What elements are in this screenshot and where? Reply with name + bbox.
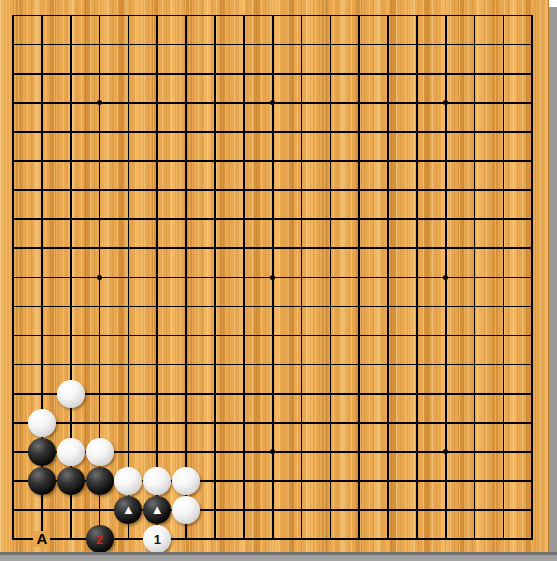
board-intersection[interactable] [172, 466, 201, 495]
board-intersection[interactable] [374, 263, 403, 292]
board-intersection[interactable] [374, 466, 403, 495]
board-intersection[interactable] [114, 234, 143, 263]
board-intersection[interactable] [460, 146, 489, 175]
board-intersection[interactable] [460, 263, 489, 292]
board-intersection[interactable] [201, 496, 230, 525]
board-intersection[interactable] [172, 496, 201, 525]
board-intersection[interactable] [114, 350, 143, 379]
board-intersection[interactable] [143, 176, 172, 205]
board-intersection[interactable] [85, 292, 114, 321]
board-intersection[interactable] [172, 88, 201, 117]
board-intersection[interactable] [0, 234, 27, 263]
board-intersection[interactable] [258, 292, 287, 321]
board-intersection[interactable] [172, 117, 201, 146]
board-intersection[interactable] [201, 59, 230, 88]
board-intersection[interactable] [0, 205, 27, 234]
board-intersection[interactable] [258, 1, 287, 30]
board-intersection[interactable] [56, 408, 85, 437]
board-intersection[interactable] [316, 321, 345, 350]
board-intersection[interactable] [0, 117, 27, 146]
board-intersection[interactable] [229, 292, 258, 321]
board-intersection[interactable] [201, 263, 230, 292]
board-intersection[interactable] [431, 437, 460, 466]
board-intersection[interactable] [56, 350, 85, 379]
board-intersection[interactable] [143, 292, 172, 321]
board-intersection[interactable] [287, 30, 316, 59]
board-intersection[interactable] [489, 263, 518, 292]
board-intersection[interactable] [518, 88, 547, 117]
board-intersection[interactable] [431, 205, 460, 234]
board-intersection[interactable] [402, 117, 431, 146]
board-intersection[interactable] [287, 496, 316, 525]
board-intersection[interactable] [27, 30, 56, 59]
board-intersection[interactable] [518, 466, 547, 495]
board-intersection[interactable] [85, 496, 114, 525]
board-intersection[interactable] [431, 30, 460, 59]
board-intersection[interactable] [56, 205, 85, 234]
board-intersection[interactable] [114, 408, 143, 437]
board-intersection[interactable] [258, 30, 287, 59]
board-intersection[interactable] [287, 379, 316, 408]
board-intersection[interactable] [460, 408, 489, 437]
board-intersection[interactable] [489, 321, 518, 350]
board-intersection[interactable] [56, 321, 85, 350]
board-intersection[interactable] [27, 466, 56, 495]
board-intersection[interactable] [258, 496, 287, 525]
board-intersection[interactable] [114, 292, 143, 321]
board-intersection[interactable] [431, 1, 460, 30]
board-intersection[interactable] [402, 350, 431, 379]
board-intersection[interactable] [27, 176, 56, 205]
board-intersection[interactable] [460, 117, 489, 146]
board-intersection[interactable] [287, 205, 316, 234]
board-intersection[interactable] [460, 466, 489, 495]
board-intersection[interactable] [345, 88, 374, 117]
board-intersection[interactable] [374, 321, 403, 350]
board-intersection[interactable] [345, 466, 374, 495]
board-intersection[interactable] [518, 496, 547, 525]
board-intersection[interactable] [402, 496, 431, 525]
board-intersection[interactable] [431, 88, 460, 117]
board-intersection[interactable] [27, 59, 56, 88]
board-intersection[interactable] [56, 59, 85, 88]
board-intersection[interactable] [229, 205, 258, 234]
board-intersection[interactable] [258, 408, 287, 437]
board-intersection[interactable] [229, 30, 258, 59]
board-intersection[interactable] [287, 117, 316, 146]
board-intersection[interactable] [201, 437, 230, 466]
board-intersection[interactable] [56, 234, 85, 263]
board-intersection[interactable] [287, 292, 316, 321]
board-intersection[interactable]: ▲ [114, 496, 143, 525]
board-intersection[interactable] [229, 263, 258, 292]
board-intersection[interactable] [374, 408, 403, 437]
board-intersection[interactable] [374, 437, 403, 466]
board-intersection[interactable] [27, 1, 56, 30]
board-intersection[interactable] [114, 117, 143, 146]
board-intersection[interactable] [27, 292, 56, 321]
board-intersection[interactable] [374, 525, 403, 552]
board-intersection[interactable] [143, 88, 172, 117]
board-intersection[interactable] [518, 146, 547, 175]
board-intersection[interactable] [460, 234, 489, 263]
board-intersection[interactable] [85, 437, 114, 466]
board-intersection[interactable] [172, 263, 201, 292]
board-intersection[interactable] [345, 117, 374, 146]
board-intersection[interactable] [518, 205, 547, 234]
board-intersection[interactable] [85, 350, 114, 379]
board-intersection[interactable] [201, 30, 230, 59]
board-intersection[interactable] [172, 408, 201, 437]
board-intersection[interactable] [431, 525, 460, 552]
board-intersection[interactable] [172, 525, 201, 552]
board-intersection[interactable] [114, 437, 143, 466]
board-intersection[interactable] [431, 408, 460, 437]
board-intersection[interactable] [56, 117, 85, 146]
board-intersection[interactable] [402, 59, 431, 88]
board-intersection[interactable] [489, 408, 518, 437]
board-intersection[interactable] [345, 321, 374, 350]
board-intersection[interactable] [85, 59, 114, 88]
board-intersection[interactable] [258, 437, 287, 466]
board-intersection[interactable] [287, 408, 316, 437]
board-intersection[interactable] [345, 408, 374, 437]
board-intersection[interactable] [518, 176, 547, 205]
board-intersection[interactable] [287, 437, 316, 466]
board-intersection[interactable] [402, 1, 431, 30]
board-intersection[interactable] [201, 88, 230, 117]
board-intersection[interactable] [27, 321, 56, 350]
board-intersection[interactable] [172, 205, 201, 234]
board-intersection[interactable] [85, 408, 114, 437]
board-intersection[interactable] [374, 350, 403, 379]
board-intersection[interactable] [316, 525, 345, 552]
board-intersection[interactable] [172, 437, 201, 466]
board-intersection[interactable] [374, 205, 403, 234]
board-intersection[interactable] [287, 263, 316, 292]
board-intersection[interactable] [518, 321, 547, 350]
board-intersection[interactable] [258, 525, 287, 552]
board-intersection[interactable] [316, 1, 345, 30]
board-intersection[interactable] [460, 321, 489, 350]
board-intersection[interactable] [143, 117, 172, 146]
board-intersection[interactable] [0, 466, 27, 495]
board-intersection[interactable] [143, 146, 172, 175]
board-intersection[interactable] [258, 379, 287, 408]
board-intersection[interactable] [316, 496, 345, 525]
board-intersection[interactable] [287, 1, 316, 30]
board-intersection[interactable] [0, 437, 27, 466]
board-intersection[interactable] [460, 496, 489, 525]
board-intersection[interactable] [431, 350, 460, 379]
board-intersection[interactable] [172, 350, 201, 379]
board-intersection[interactable] [431, 117, 460, 146]
board-intersection[interactable] [374, 117, 403, 146]
board-intersection[interactable] [489, 176, 518, 205]
board-intersection[interactable] [27, 88, 56, 117]
board-intersection[interactable] [0, 176, 27, 205]
board-intersection[interactable] [229, 234, 258, 263]
board-intersection[interactable] [143, 59, 172, 88]
board-intersection[interactable] [374, 59, 403, 88]
board-intersection[interactable] [258, 350, 287, 379]
board-intersection[interactable] [258, 234, 287, 263]
board-intersection[interactable] [402, 205, 431, 234]
board-intersection[interactable] [316, 466, 345, 495]
board-intersection[interactable] [85, 379, 114, 408]
board-intersection[interactable] [287, 176, 316, 205]
board-intersection[interactable]: ▲ [143, 496, 172, 525]
board-intersection[interactable] [114, 176, 143, 205]
board-intersection[interactable] [0, 321, 27, 350]
board-intersection[interactable] [287, 59, 316, 88]
board-intersection[interactable] [374, 176, 403, 205]
board-intersection[interactable] [287, 234, 316, 263]
board-intersection[interactable] [460, 88, 489, 117]
board-intersection[interactable] [85, 263, 114, 292]
board-intersection[interactable] [258, 205, 287, 234]
board-intersection[interactable] [431, 292, 460, 321]
board-intersection[interactable] [85, 234, 114, 263]
board-intersection[interactable] [0, 263, 27, 292]
board-intersection[interactable] [345, 59, 374, 88]
board-intersection[interactable] [489, 437, 518, 466]
board-intersection[interactable] [287, 146, 316, 175]
board-intersection[interactable] [402, 437, 431, 466]
board-intersection[interactable] [431, 379, 460, 408]
board-intersection[interactable] [345, 292, 374, 321]
board-intersection[interactable] [172, 292, 201, 321]
board-intersection[interactable] [229, 525, 258, 552]
board-intersection[interactable] [345, 205, 374, 234]
board-intersection[interactable] [0, 350, 27, 379]
board-intersection[interactable] [258, 263, 287, 292]
board-intersection[interactable] [114, 263, 143, 292]
board-intersection[interactable] [0, 30, 27, 59]
board-intersection[interactable] [201, 525, 230, 552]
board-intersection[interactable] [258, 88, 287, 117]
board-intersection[interactable] [374, 88, 403, 117]
board-intersection[interactable] [27, 437, 56, 466]
board-intersection[interactable] [143, 30, 172, 59]
board-intersection[interactable] [374, 292, 403, 321]
board-intersection[interactable] [27, 408, 56, 437]
board-intersection[interactable] [345, 525, 374, 552]
board-intersection[interactable] [143, 437, 172, 466]
board-intersection[interactable] [56, 292, 85, 321]
board-intersection[interactable] [316, 408, 345, 437]
board-intersection[interactable] [460, 176, 489, 205]
board-intersection[interactable] [402, 379, 431, 408]
board-intersection[interactable] [518, 292, 547, 321]
board-intersection[interactable] [518, 263, 547, 292]
board-intersection[interactable] [431, 263, 460, 292]
board-intersection[interactable] [287, 466, 316, 495]
board-intersection[interactable] [229, 466, 258, 495]
board-intersection[interactable] [345, 176, 374, 205]
board-intersection[interactable] [0, 379, 27, 408]
board-intersection[interactable] [489, 59, 518, 88]
board-intersection[interactable] [143, 263, 172, 292]
board-intersection[interactable] [56, 496, 85, 525]
board-intersection[interactable] [489, 379, 518, 408]
board-intersection[interactable] [56, 525, 85, 552]
board-intersection[interactable] [201, 350, 230, 379]
board-intersection[interactable] [518, 525, 547, 552]
board-intersection[interactable] [229, 176, 258, 205]
board-intersection[interactable] [201, 205, 230, 234]
board-intersection[interactable] [258, 466, 287, 495]
board-intersection[interactable] [316, 350, 345, 379]
board-intersection[interactable] [201, 321, 230, 350]
board-intersection[interactable] [114, 205, 143, 234]
board-intersection[interactable] [258, 146, 287, 175]
board-intersection[interactable] [56, 88, 85, 117]
board-intersection[interactable] [201, 234, 230, 263]
board-intersection[interactable] [460, 292, 489, 321]
board-intersection[interactable] [287, 350, 316, 379]
board-intersection[interactable] [345, 1, 374, 30]
board-intersection[interactable] [345, 379, 374, 408]
board-intersection[interactable] [518, 437, 547, 466]
board-intersection[interactable] [402, 88, 431, 117]
board-intersection[interactable] [201, 466, 230, 495]
board-intersection[interactable] [229, 350, 258, 379]
board-intersection[interactable] [258, 59, 287, 88]
board-intersection[interactable] [316, 379, 345, 408]
board-intersection[interactable] [0, 292, 27, 321]
board-intersection[interactable] [518, 30, 547, 59]
board-intersection[interactable] [143, 408, 172, 437]
board-intersection[interactable] [287, 321, 316, 350]
board-intersection[interactable] [258, 321, 287, 350]
board-intersection[interactable] [489, 350, 518, 379]
board-intersection[interactable] [114, 379, 143, 408]
board-intersection[interactable] [402, 525, 431, 552]
board-intersection[interactable] [460, 350, 489, 379]
board-intersection[interactable] [489, 292, 518, 321]
board-intersection[interactable] [489, 88, 518, 117]
board-intersection[interactable] [172, 59, 201, 88]
board-intersection[interactable] [518, 350, 547, 379]
board-intersection[interactable] [316, 263, 345, 292]
board-intersection[interactable] [374, 496, 403, 525]
board-intersection[interactable] [460, 525, 489, 552]
board-intersection[interactable] [518, 234, 547, 263]
board-intersection[interactable]: 1 [143, 525, 172, 552]
board-intersection[interactable] [85, 466, 114, 495]
board-intersection[interactable] [143, 205, 172, 234]
board-intersection[interactable] [85, 88, 114, 117]
board-intersection[interactable] [56, 437, 85, 466]
board-intersection[interactable] [172, 321, 201, 350]
board-intersection[interactable] [316, 234, 345, 263]
board-intersection[interactable] [316, 146, 345, 175]
board-intersection[interactable] [27, 263, 56, 292]
board-intersection[interactable] [201, 146, 230, 175]
board-intersection[interactable] [85, 146, 114, 175]
board-intersection[interactable] [402, 176, 431, 205]
board-intersection[interactable] [114, 59, 143, 88]
board-intersection[interactable] [460, 59, 489, 88]
board-intersection[interactable]: 2 [85, 525, 114, 552]
board-intersection[interactable] [229, 321, 258, 350]
board-intersection[interactable] [402, 30, 431, 59]
board-intersection[interactable] [56, 263, 85, 292]
board-intersection[interactable] [345, 263, 374, 292]
board-intersection[interactable] [374, 146, 403, 175]
board-intersection[interactable] [114, 146, 143, 175]
board-intersection[interactable] [402, 321, 431, 350]
board-intersection[interactable] [489, 466, 518, 495]
board-intersection[interactable] [143, 379, 172, 408]
board-intersection[interactable] [143, 234, 172, 263]
board-intersection[interactable] [345, 234, 374, 263]
board-intersection[interactable] [56, 1, 85, 30]
board-intersection[interactable] [518, 59, 547, 88]
board-intersection[interactable] [229, 117, 258, 146]
board-intersection[interactable] [229, 437, 258, 466]
board-intersection[interactable] [489, 496, 518, 525]
board-intersection[interactable] [56, 466, 85, 495]
board-intersection[interactable] [172, 234, 201, 263]
board-intersection[interactable] [431, 59, 460, 88]
board-intersection[interactable] [518, 408, 547, 437]
board-intersection[interactable] [287, 88, 316, 117]
board-intersection[interactable] [114, 525, 143, 552]
board-intersection[interactable] [56, 176, 85, 205]
board-intersection[interactable] [374, 1, 403, 30]
board-intersection[interactable] [460, 379, 489, 408]
board-intersection[interactable] [345, 146, 374, 175]
board-intersection[interactable] [431, 176, 460, 205]
board-intersection[interactable] [172, 176, 201, 205]
board-intersection[interactable] [27, 117, 56, 146]
board-intersection[interactable] [114, 466, 143, 495]
board-intersection[interactable] [201, 379, 230, 408]
board-intersection[interactable] [460, 1, 489, 30]
board-intersection[interactable] [114, 30, 143, 59]
board-intersection[interactable] [460, 205, 489, 234]
board-intersection[interactable] [56, 30, 85, 59]
board-intersection[interactable] [143, 350, 172, 379]
board-intersection[interactable] [27, 146, 56, 175]
board-intersection[interactable] [518, 1, 547, 30]
board-intersection[interactable] [0, 496, 27, 525]
board-intersection[interactable] [489, 234, 518, 263]
board-intersection[interactable] [402, 263, 431, 292]
board-intersection[interactable] [258, 117, 287, 146]
board-intersection[interactable] [402, 146, 431, 175]
board-intersection[interactable] [114, 321, 143, 350]
board-intersection[interactable] [56, 379, 85, 408]
board-intersection[interactable] [27, 379, 56, 408]
board-intersection[interactable] [201, 408, 230, 437]
board-intersection[interactable] [489, 117, 518, 146]
board-intersection[interactable] [316, 437, 345, 466]
board-intersection[interactable] [172, 30, 201, 59]
board-intersection[interactable] [316, 292, 345, 321]
board-intersection[interactable] [85, 1, 114, 30]
board-intersection[interactable] [143, 1, 172, 30]
board-intersection[interactable] [201, 292, 230, 321]
board-intersection[interactable] [27, 350, 56, 379]
board-intersection[interactable] [287, 525, 316, 552]
board-intersection[interactable] [431, 321, 460, 350]
board-intersection[interactable] [374, 30, 403, 59]
board-intersection[interactable] [460, 437, 489, 466]
board-intersection[interactable] [316, 59, 345, 88]
